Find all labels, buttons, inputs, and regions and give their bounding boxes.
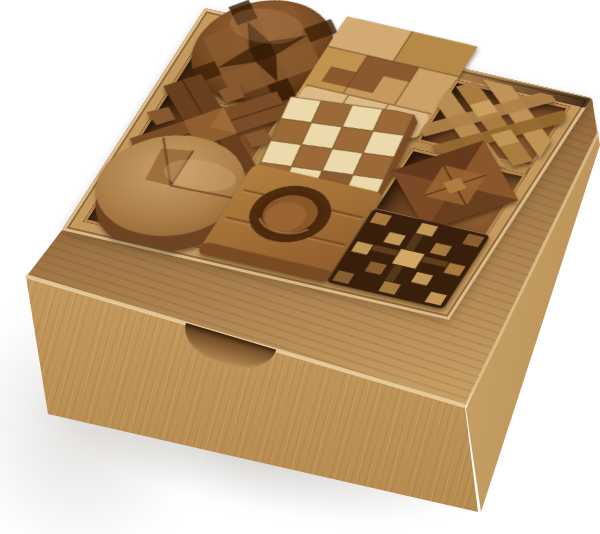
product-photo-scene [0, 0, 600, 534]
